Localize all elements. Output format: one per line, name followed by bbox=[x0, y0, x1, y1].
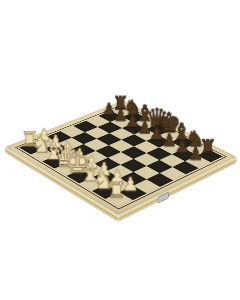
piece-white-rook-h1: ♜ bbox=[101, 179, 131, 201]
pieces-layer: ♜♞♝♛♚♝♞♜♟♟♟♟♟♟♟♟♟♟♟♟♟♟♟♟♜♞♝♛♚♝♞♜ bbox=[20, 106, 222, 206]
scene: ♜♞♝♛♚♝♞♜♟♟♟♟♟♟♟♟♟♟♟♟♟♟♟♟♜♞♝♛♚♝♞♜ bbox=[0, 0, 240, 300]
product-photo: ♜♞♝♛♚♝♞♜♟♟♟♟♟♟♟♟♟♟♟♟♟♟♟♟♜♞♝♛♚♝♞♜ bbox=[0, 0, 240, 300]
chess-board: ♜♞♝♛♚♝♞♜♟♟♟♟♟♟♟♟♟♟♟♟♟♟♟♟♜♞♝♛♚♝♞♜ bbox=[5, 100, 237, 215]
piece-black-pawn-h7: ♟ bbox=[183, 145, 208, 162]
